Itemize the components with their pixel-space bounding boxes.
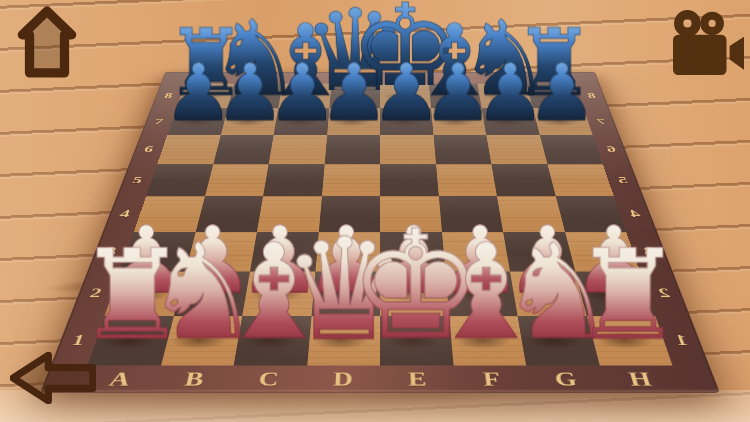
- rank-label-right-1: 1: [673, 331, 691, 349]
- back-button[interactable]: [10, 352, 96, 408]
- record-video-button[interactable]: [672, 10, 744, 80]
- back-arrow-icon: [10, 352, 96, 404]
- rank-label-right-5: 5: [616, 174, 629, 186]
- floor-highlight: [0, 390, 750, 422]
- rank-label-right-7: 7: [595, 117, 607, 127]
- home-button[interactable]: [16, 6, 78, 82]
- rank-label-left-5: 5: [131, 174, 144, 186]
- rank-label-right-6: 6: [605, 144, 617, 154]
- home-icon: [16, 6, 78, 78]
- video-camera-icon: [672, 10, 744, 76]
- app-screen: ♜♞♝♛♚♝♞♜♟♟♟♟♟♟♟♟♟♟♟♟♟♟♟♟♜♞♝♛♚♝♞♜ 8765432…: [0, 0, 750, 422]
- rank-label-left-6: 6: [142, 144, 154, 154]
